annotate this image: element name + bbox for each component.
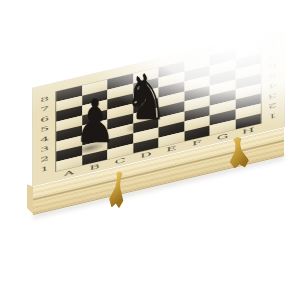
- rank-labels-left-rail: 12345678: [33, 92, 56, 177]
- black-pawn: ♟: [74, 91, 115, 151]
- rank-labels-right-rail: 12345678: [261, 38, 284, 123]
- chess-box-photo: ABCDEFGH 12345678 12345678 ♟♞: [0, 0, 306, 306]
- black-knight: ♞: [124, 66, 167, 129]
